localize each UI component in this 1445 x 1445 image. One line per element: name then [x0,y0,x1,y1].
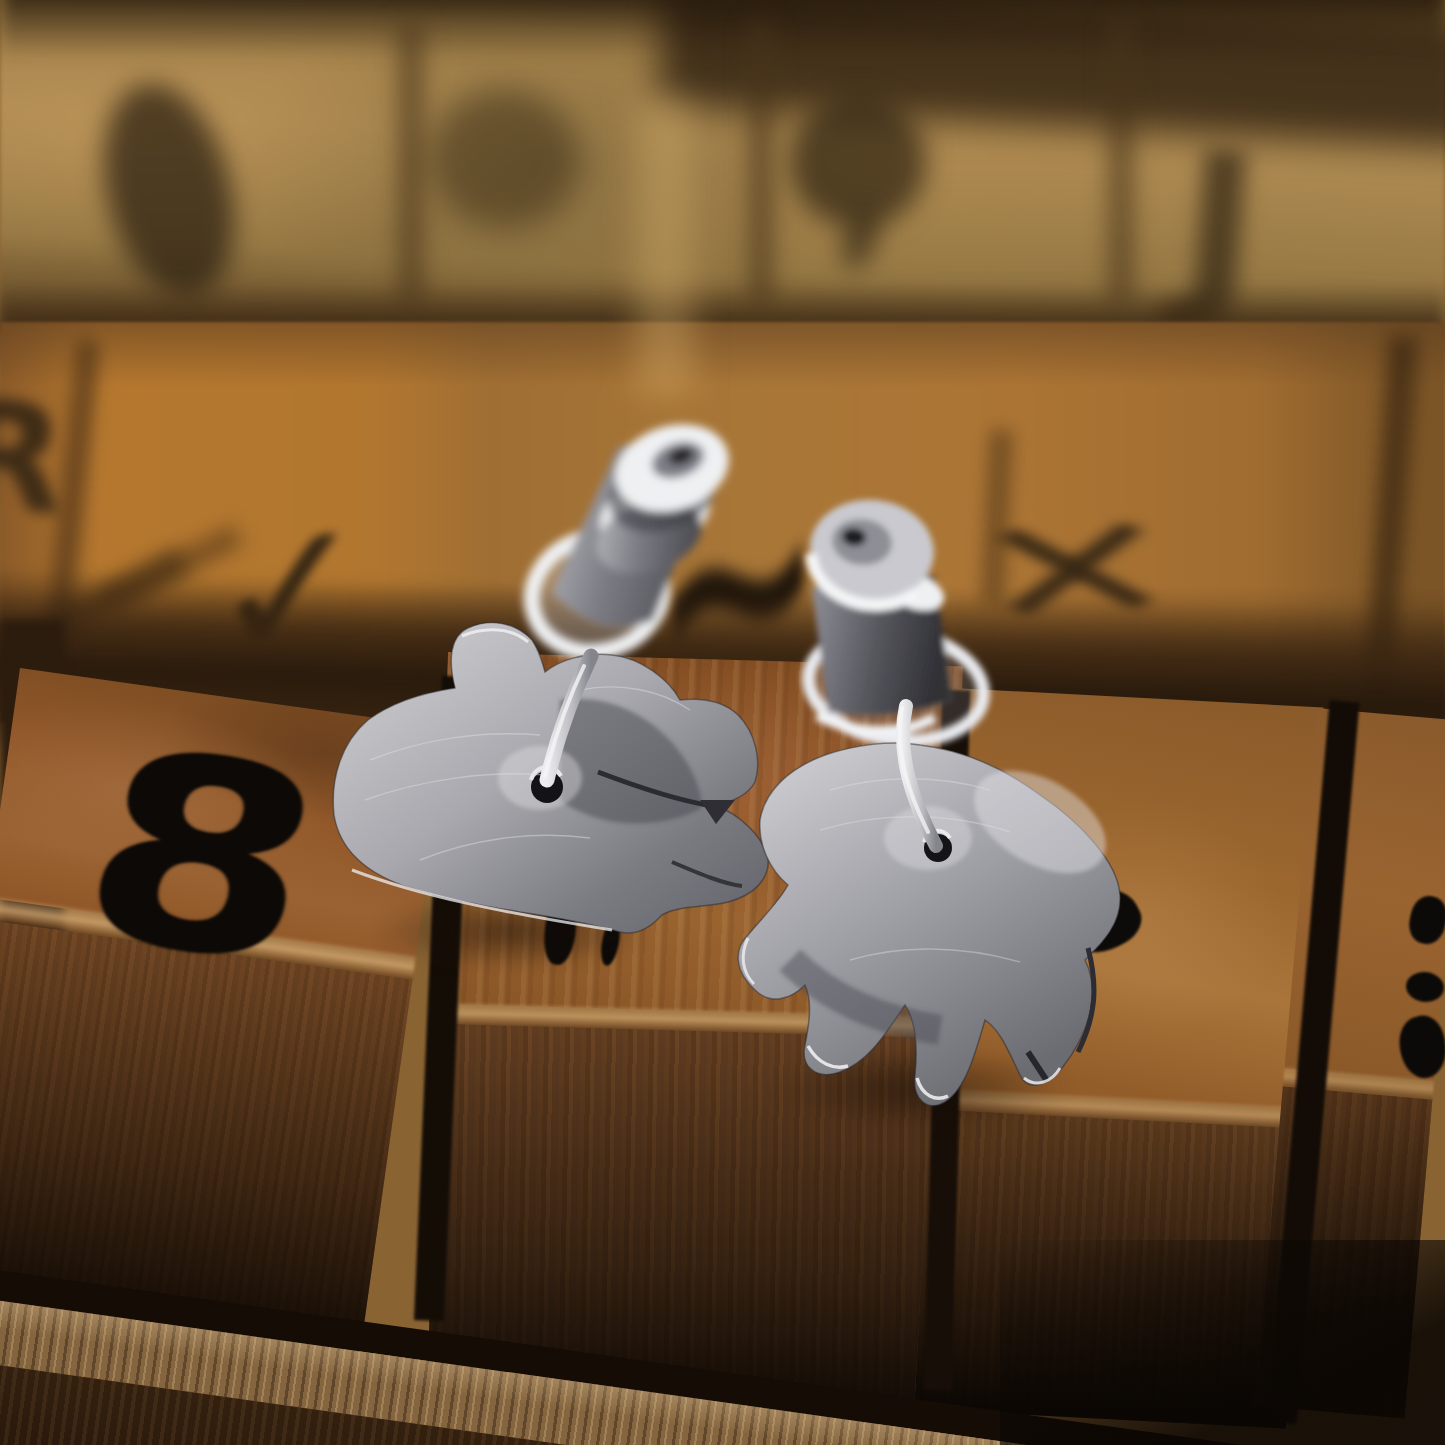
photo-stage: J R ✓ ✕ ~ 8 [0,0,1445,1445]
vignette-overlay [0,0,1445,1445]
